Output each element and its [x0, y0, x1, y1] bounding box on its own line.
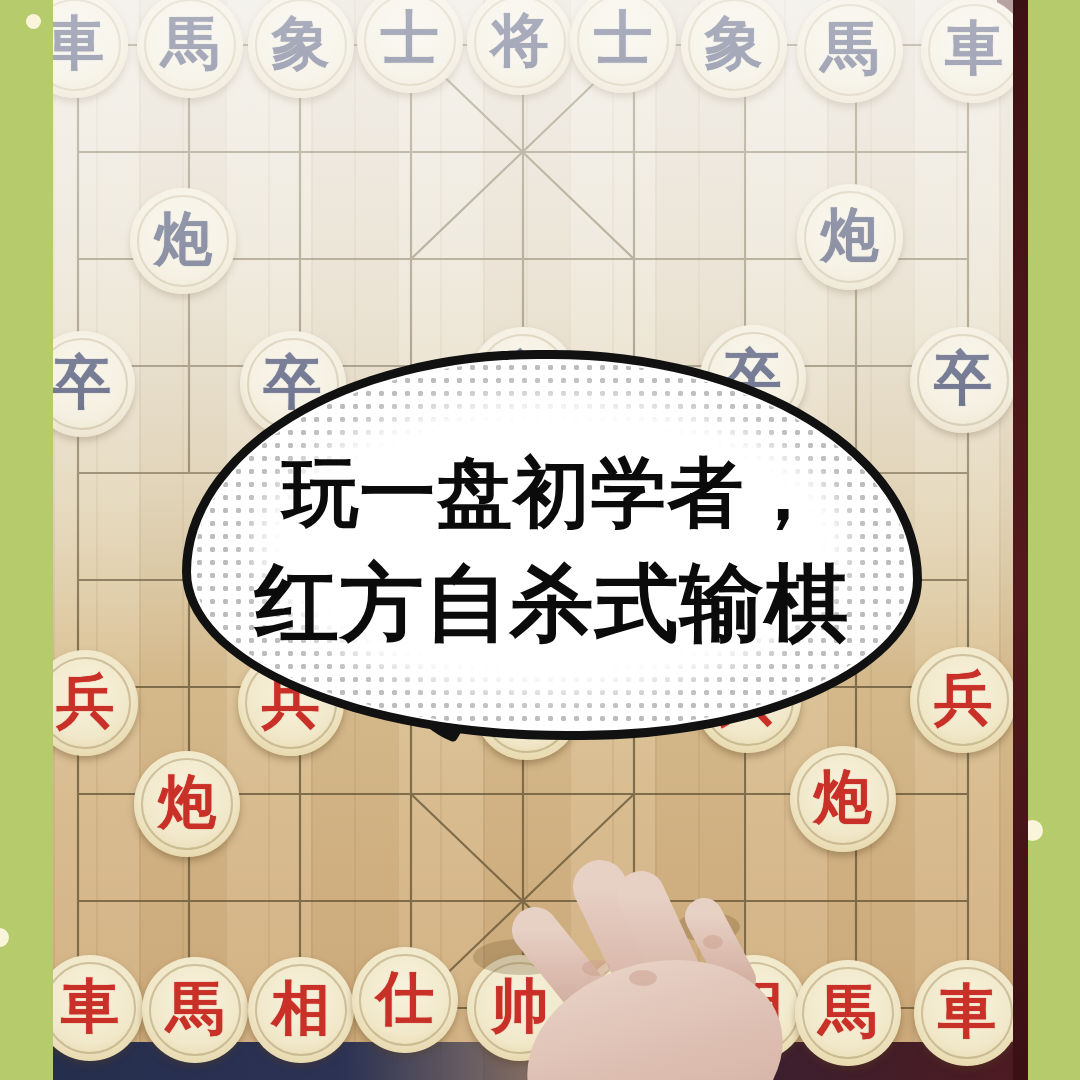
caption-line-2: 红方自杀式输棋 [191, 547, 913, 661]
decor-dot [0, 928, 9, 947]
caption-line-1: 玩一盘初学者， [191, 443, 913, 546]
photo-edge [1013, 0, 1028, 1080]
video-frame: 車馬象士将士象馬車炮炮卒卒卒卒卒兵兵兵兵兵炮炮車馬相仕帅仕相馬車 [0, 0, 1080, 1080]
decor-dot [26, 14, 41, 29]
